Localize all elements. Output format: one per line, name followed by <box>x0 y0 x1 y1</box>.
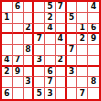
cell-r2c3-empty[interactable] <box>24 13 35 24</box>
cell-r6c2-given[interactable]: 7 <box>13 56 24 67</box>
cell-r3c1-empty[interactable] <box>2 24 13 35</box>
cell-r1c1-empty[interactable] <box>2 2 13 13</box>
cell-r4c9-given[interactable]: 9 <box>88 34 99 45</box>
cell-r6c3-empty[interactable] <box>24 56 35 67</box>
cell-r8c3-given[interactable]: 3 <box>24 77 35 88</box>
cell-r8c2-empty[interactable] <box>13 77 24 88</box>
cell-r6c4-given[interactable]: 3 <box>34 56 45 67</box>
cell-r3c3-given[interactable]: 2 <box>24 24 35 35</box>
cell-r8c6-empty[interactable] <box>56 77 67 88</box>
cell-r5c3-given[interactable]: 8 <box>24 45 35 56</box>
cell-r4c4-given[interactable]: 7 <box>34 34 45 45</box>
cell-r9c5-given[interactable]: 3 <box>45 88 56 99</box>
cell-r5c9-empty[interactable] <box>88 45 99 56</box>
cell-r2c2-empty[interactable] <box>13 13 24 24</box>
cell-r2c4-empty[interactable] <box>34 13 45 24</box>
cell-r6c6-given[interactable]: 2 <box>56 56 67 67</box>
cell-r7c8-empty[interactable] <box>77 67 88 78</box>
cell-r7c5-given[interactable]: 6 <box>45 67 56 78</box>
cell-r2c7-given[interactable]: 5 <box>67 13 78 24</box>
cell-r6c1-given[interactable]: 4 <box>2 56 13 67</box>
cell-r3c5-given[interactable]: 4 <box>45 24 56 35</box>
cell-r7c9-empty[interactable] <box>88 67 99 78</box>
cell-r6c8-empty[interactable] <box>77 56 88 67</box>
sudoku-board: 65741252416742987473229633786537 <box>0 0 101 101</box>
cell-r3c7-empty[interactable] <box>67 24 78 35</box>
cell-r1c7-empty[interactable] <box>67 2 78 13</box>
cell-r9c4-given[interactable]: 5 <box>34 88 45 99</box>
cell-r5c7-given[interactable]: 7 <box>67 45 78 56</box>
cell-r5c6-empty[interactable] <box>56 45 67 56</box>
cell-r3c4-empty[interactable] <box>34 24 45 35</box>
cell-r4c6-given[interactable]: 4 <box>56 34 67 45</box>
cell-r5c5-empty[interactable] <box>45 45 56 56</box>
cell-r9c6-empty[interactable] <box>56 88 67 99</box>
cell-r8c8-empty[interactable] <box>77 77 88 88</box>
cell-r2c5-given[interactable]: 2 <box>45 13 56 24</box>
cell-r8c1-empty[interactable] <box>2 77 13 88</box>
cell-r7c2-given[interactable]: 9 <box>13 67 24 78</box>
cell-r4c3-empty[interactable] <box>24 34 35 45</box>
cell-r6c9-empty[interactable] <box>88 56 99 67</box>
cell-r5c2-empty[interactable] <box>13 45 24 56</box>
cell-r1c4-empty[interactable] <box>34 2 45 13</box>
cell-r4c8-given[interactable]: 2 <box>77 34 88 45</box>
cell-r7c3-empty[interactable] <box>24 67 35 78</box>
cell-r9c9-empty[interactable] <box>88 88 99 99</box>
cell-r7c7-given[interactable]: 3 <box>67 67 78 78</box>
cell-r6c7-empty[interactable] <box>67 56 78 67</box>
cell-r1c6-given[interactable]: 7 <box>56 2 67 13</box>
cell-r9c2-empty[interactable] <box>13 88 24 99</box>
cell-r8c9-given[interactable]: 8 <box>88 77 99 88</box>
cell-r1c5-given[interactable]: 5 <box>45 2 56 13</box>
cell-r3c6-empty[interactable] <box>56 24 67 35</box>
cell-r2c1-given[interactable]: 1 <box>2 13 13 24</box>
cell-r4c1-empty[interactable] <box>2 34 13 45</box>
cell-r9c7-empty[interactable] <box>67 88 78 99</box>
cell-r8c7-empty[interactable] <box>67 77 78 88</box>
cell-r7c1-given[interactable]: 2 <box>2 67 13 78</box>
cell-r7c4-empty[interactable] <box>34 67 45 78</box>
cell-r9c8-given[interactable]: 7 <box>77 88 88 99</box>
cell-r6c5-empty[interactable] <box>45 56 56 67</box>
cell-r4c2-empty[interactable] <box>13 34 24 45</box>
cell-r5c1-empty[interactable] <box>2 45 13 56</box>
cell-r2c9-empty[interactable] <box>88 13 99 24</box>
cell-r4c5-empty[interactable] <box>45 34 56 45</box>
cell-r8c4-empty[interactable] <box>34 77 45 88</box>
cell-r3c2-empty[interactable] <box>13 24 24 35</box>
cell-r9c3-empty[interactable] <box>24 88 35 99</box>
cell-r1c9-given[interactable]: 4 <box>88 2 99 13</box>
cell-r2c8-empty[interactable] <box>77 13 88 24</box>
cell-r3c8-given[interactable]: 1 <box>77 24 88 35</box>
cell-r4c7-empty[interactable] <box>67 34 78 45</box>
cell-r5c8-empty[interactable] <box>77 45 88 56</box>
cell-r7c6-empty[interactable] <box>56 67 67 78</box>
cell-r1c8-empty[interactable] <box>77 2 88 13</box>
cell-r5c4-empty[interactable] <box>34 45 45 56</box>
cell-r8c5-given[interactable]: 7 <box>45 77 56 88</box>
cell-r1c2-given[interactable]: 6 <box>13 2 24 13</box>
cell-r3c9-given[interactable]: 6 <box>88 24 99 35</box>
cell-r9c1-given[interactable]: 6 <box>2 88 13 99</box>
cell-r2c6-empty[interactable] <box>56 13 67 24</box>
cell-r1c3-empty[interactable] <box>24 2 35 13</box>
